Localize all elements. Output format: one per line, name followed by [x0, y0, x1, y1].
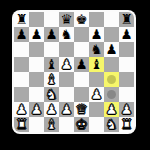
square-c1[interactable]: ♝ [44, 117, 59, 132]
square-e5[interactable]: ♟ [74, 57, 89, 72]
square-f3[interactable]: ♟ [89, 87, 104, 102]
white-queen-e2[interactable]: ♛ [74, 102, 89, 117]
white-pawn-b2[interactable]: ♟ [29, 102, 44, 117]
black-knight-d7[interactable]: ♞ [59, 27, 74, 42]
square-f6[interactable]: ♞ [89, 42, 104, 57]
square-f5[interactable]: ♝ [89, 57, 104, 72]
square-b7[interactable]: ♟ [29, 27, 44, 42]
square-a5[interactable] [14, 57, 29, 72]
square-b6[interactable] [29, 42, 44, 57]
white-pawn-h2[interactable]: ♟ [119, 102, 134, 117]
black-rook-a8[interactable]: ♜ [14, 12, 29, 27]
square-h8[interactable]: ♜ [119, 12, 134, 27]
white-pawn-d5[interactable]: ♟ [59, 57, 74, 72]
move-hint-dot-g4 [107, 75, 116, 84]
square-d4[interactable] [59, 72, 74, 87]
square-g5[interactable] [104, 57, 119, 72]
square-g8[interactable] [104, 12, 119, 27]
white-knight-c3[interactable]: ♞ [44, 87, 59, 102]
square-c5[interactable]: ♝ [44, 57, 59, 72]
square-h2[interactable]: ♟ [119, 102, 134, 117]
square-f7[interactable]: ♟ [89, 27, 104, 42]
square-g2[interactable]: ♟ [104, 102, 119, 117]
square-e7[interactable] [74, 27, 89, 42]
square-h7[interactable]: ♟ [119, 27, 134, 42]
square-g3[interactable] [104, 87, 119, 102]
square-d6[interactable] [59, 42, 74, 57]
black-pawn-g6[interactable]: ♟ [104, 42, 119, 57]
square-a7[interactable]: ♟ [14, 27, 29, 42]
black-pawn-b7[interactable]: ♟ [29, 27, 44, 42]
black-pawn-c7[interactable]: ♟ [44, 27, 59, 42]
square-f8[interactable] [89, 12, 104, 27]
chess-board-frame: ♜♛♚♜♟♟♟♞♟♟♞♟♝♟♟♝♝♞♟♟♟♟♟♛♟♟♜♝♚♞♜ [12, 10, 136, 134]
square-g7[interactable] [104, 27, 119, 42]
square-a1[interactable]: ♜ [14, 117, 29, 132]
black-rook-h8[interactable]: ♜ [119, 12, 134, 27]
square-c7[interactable]: ♟ [44, 27, 59, 42]
white-rook-a1[interactable]: ♜ [14, 117, 29, 132]
white-knight-g1[interactable]: ♞ [104, 117, 119, 132]
square-h6[interactable] [119, 42, 134, 57]
chess-board[interactable]: ♜♛♚♜♟♟♟♞♟♟♞♟♝♟♟♝♝♞♟♟♟♟♟♛♟♟♜♝♚♞♜ [14, 12, 134, 132]
square-e2[interactable]: ♛ [74, 102, 89, 117]
square-c4[interactable]: ♝ [44, 72, 59, 87]
move-hint-dot-g3 [107, 90, 116, 99]
black-knight-f6[interactable]: ♞ [89, 42, 104, 57]
square-d7[interactable]: ♞ [59, 27, 74, 42]
square-d3[interactable] [59, 87, 74, 102]
square-f4[interactable] [89, 72, 104, 87]
white-bishop-c1[interactable]: ♝ [44, 117, 59, 132]
square-a8[interactable]: ♜ [14, 12, 29, 27]
square-d1[interactable] [59, 117, 74, 132]
white-pawn-d2[interactable]: ♟ [59, 102, 74, 117]
black-queen-d8[interactable]: ♛ [59, 12, 74, 27]
square-a4[interactable] [14, 72, 29, 87]
app-background: { "game": "chess", "position": { "fen": … [0, 0, 150, 150]
white-rook-h1[interactable]: ♜ [119, 117, 134, 132]
white-pawn-f3[interactable]: ♟ [89, 87, 104, 102]
square-a2[interactable]: ♟ [14, 102, 29, 117]
square-c6[interactable] [44, 42, 59, 57]
square-b8[interactable] [29, 12, 44, 27]
square-f2[interactable] [89, 102, 104, 117]
square-h1[interactable]: ♜ [119, 117, 134, 132]
square-e4[interactable] [74, 72, 89, 87]
black-pawn-e5[interactable]: ♟ [74, 57, 89, 72]
square-b2[interactable]: ♟ [29, 102, 44, 117]
white-pawn-g2[interactable]: ♟ [104, 102, 119, 117]
square-h5[interactable] [119, 57, 134, 72]
square-b1[interactable] [29, 117, 44, 132]
square-e6[interactable] [74, 42, 89, 57]
square-a6[interactable] [14, 42, 29, 57]
square-g4[interactable] [104, 72, 119, 87]
square-h4[interactable] [119, 72, 134, 87]
black-bishop-c5[interactable]: ♝ [44, 57, 59, 72]
black-pawn-a7[interactable]: ♟ [14, 27, 29, 42]
square-d2[interactable]: ♟ [59, 102, 74, 117]
square-f1[interactable] [89, 117, 104, 132]
square-e1[interactable]: ♚ [74, 117, 89, 132]
square-e3[interactable] [74, 87, 89, 102]
square-d5[interactable]: ♟ [59, 57, 74, 72]
square-c8[interactable] [44, 12, 59, 27]
white-bishop-c4[interactable]: ♝ [44, 72, 59, 87]
white-pawn-a2[interactable]: ♟ [14, 102, 29, 117]
square-e8[interactable]: ♚ [74, 12, 89, 27]
square-d8[interactable]: ♛ [59, 12, 74, 27]
black-pawn-f7[interactable]: ♟ [89, 27, 104, 42]
square-a3[interactable] [14, 87, 29, 102]
square-b4[interactable] [29, 72, 44, 87]
square-c2[interactable]: ♟ [44, 102, 59, 117]
black-bishop-f5[interactable]: ♝ [89, 57, 104, 72]
square-h3[interactable] [119, 87, 134, 102]
white-pawn-c2[interactable]: ♟ [44, 102, 59, 117]
square-g6[interactable]: ♟ [104, 42, 119, 57]
white-king-e1[interactable]: ♚ [74, 117, 89, 132]
square-c3[interactable]: ♞ [44, 87, 59, 102]
square-b5[interactable] [29, 57, 44, 72]
black-pawn-h7[interactable]: ♟ [119, 27, 134, 42]
square-b3[interactable] [29, 87, 44, 102]
black-king-e8[interactable]: ♚ [74, 12, 89, 27]
square-g1[interactable]: ♞ [104, 117, 119, 132]
